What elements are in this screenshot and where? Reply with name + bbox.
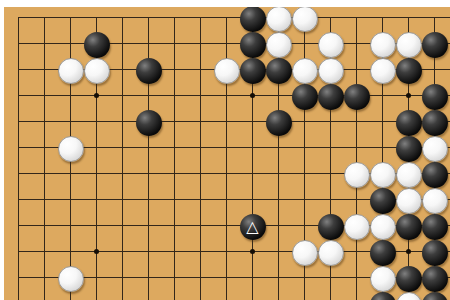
star-point (406, 249, 411, 254)
stone-black-F17[interactable] (136, 58, 162, 84)
stone-black-N11[interactable] (318, 214, 344, 240)
stone-black-R13[interactable] (422, 162, 448, 188)
stone-white-M17[interactable] (292, 58, 318, 84)
stone-black-F15[interactable] (136, 110, 162, 136)
stone-white-M19[interactable] (292, 7, 318, 32)
stone-white-D17[interactable] (84, 58, 110, 84)
stone-black-Q14[interactable] (396, 136, 422, 162)
grid-line (200, 17, 201, 300)
stone-black-O16[interactable] (344, 84, 370, 110)
stone-white-N17[interactable] (318, 58, 344, 84)
stone-white-Q13[interactable] (396, 162, 422, 188)
grid-line (356, 17, 357, 300)
stone-black-Q9[interactable] (396, 266, 422, 292)
stone-black-K19[interactable] (240, 7, 266, 32)
stone-black-N16[interactable] (318, 84, 344, 110)
stone-white-Q8-partial[interactable] (396, 292, 422, 300)
stone-black-P10[interactable] (370, 240, 396, 266)
triangle-marker: △ (240, 214, 266, 240)
stone-white-P17[interactable] (370, 58, 396, 84)
stone-black-P8-partial[interactable] (370, 292, 396, 300)
stone-white-O13[interactable] (344, 162, 370, 188)
grid-line (44, 17, 45, 300)
star-point (250, 249, 255, 254)
stone-white-R12[interactable] (422, 188, 448, 214)
stone-black-R15[interactable] (422, 110, 448, 136)
go-board-screenshot: △ (0, 0, 450, 300)
stone-white-L19[interactable] (266, 7, 292, 32)
stone-white-P13[interactable] (370, 162, 396, 188)
stone-white-C14[interactable] (58, 136, 84, 162)
stone-black-K11[interactable]: △ (240, 214, 266, 240)
star-point (94, 93, 99, 98)
stone-white-N10[interactable] (318, 240, 344, 266)
stone-white-R14[interactable] (422, 136, 448, 162)
stone-white-O11[interactable] (344, 214, 370, 240)
stone-black-Q11[interactable] (396, 214, 422, 240)
stone-black-R8-partial[interactable] (422, 292, 448, 300)
grid-line (18, 17, 19, 300)
stone-white-Q18[interactable] (396, 32, 422, 58)
stone-black-R11[interactable] (422, 214, 448, 240)
stone-black-M16[interactable] (292, 84, 318, 110)
stone-white-P18[interactable] (370, 32, 396, 58)
grid-line (174, 17, 175, 300)
stone-white-Q12[interactable] (396, 188, 422, 214)
stone-white-C17[interactable] (58, 58, 84, 84)
star-point (94, 249, 99, 254)
grid-line (18, 95, 450, 96)
grid-line (18, 17, 450, 18)
stone-black-L15[interactable] (266, 110, 292, 136)
stone-black-Q17[interactable] (396, 58, 422, 84)
stone-white-N18[interactable] (318, 32, 344, 58)
stone-black-L17[interactable] (266, 58, 292, 84)
star-point (250, 93, 255, 98)
grid-line (18, 121, 450, 122)
stone-black-K17[interactable] (240, 58, 266, 84)
go-board[interactable]: △ (4, 7, 450, 300)
stone-white-C9[interactable] (58, 266, 84, 292)
stone-black-R18[interactable] (422, 32, 448, 58)
stone-black-R16[interactable] (422, 84, 448, 110)
stone-black-R9[interactable] (422, 266, 448, 292)
stone-white-J17[interactable] (214, 58, 240, 84)
star-point (406, 93, 411, 98)
stone-black-P12[interactable] (370, 188, 396, 214)
stone-white-P9[interactable] (370, 266, 396, 292)
stone-white-L18[interactable] (266, 32, 292, 58)
stone-black-Q15[interactable] (396, 110, 422, 136)
stone-black-R10[interactable] (422, 240, 448, 266)
stone-black-K18[interactable] (240, 32, 266, 58)
stone-black-D18[interactable] (84, 32, 110, 58)
grid-line (122, 17, 123, 300)
stone-white-M10[interactable] (292, 240, 318, 266)
stone-white-P11[interactable] (370, 214, 396, 240)
